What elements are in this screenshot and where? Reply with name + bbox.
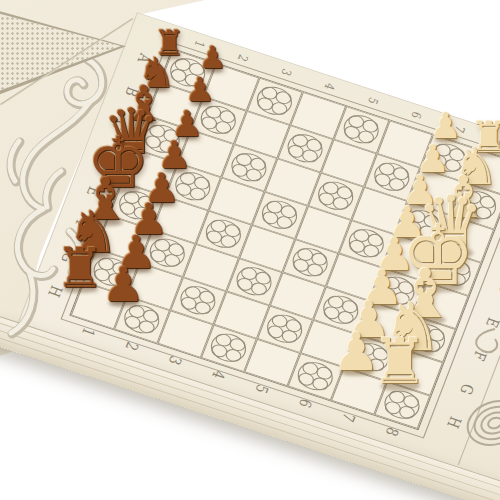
piece-dark-rook-h1[interactable]: ♜ [56,240,105,295]
piece-dark-pawn-h2[interactable]: ♟ [102,261,145,309]
chess-set-photo: 11AA22BB33CC44DD55EE66FF77GG88HH [0,0,500,500]
pieces-layer: ♜♞♝♛♚♝♞♜♟♟♟♟♟♟♟♟♟♟♟♟♟♟♟♟♜♞♝♛♚♝♞♜ [0,0,500,500]
piece-light-rook-h8[interactable]: ♜ [371,331,428,394]
piece-dark-pawn-a2[interactable]: ♟ [199,43,226,73]
